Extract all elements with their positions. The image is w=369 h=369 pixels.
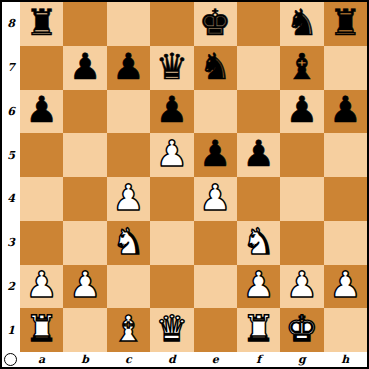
file-label-e: e: [194, 352, 237, 367]
rank-label-2: 2: [2, 265, 20, 309]
square-a8[interactable]: ♜: [20, 2, 63, 46]
black-pawn[interactable]: ♟: [242, 136, 274, 172]
square-h6[interactable]: ♟: [324, 90, 367, 134]
square-b3[interactable]: [63, 221, 106, 265]
square-a6[interactable]: ♟: [20, 90, 63, 134]
square-f2[interactable]: ♟: [237, 265, 280, 309]
square-h3[interactable]: [324, 221, 367, 265]
square-b7[interactable]: ♟: [63, 46, 106, 90]
square-f8[interactable]: [237, 2, 280, 46]
rank-label-3: 3: [2, 221, 20, 265]
square-d7[interactable]: ♛: [150, 46, 193, 90]
white-knight[interactable]: ♞: [242, 224, 274, 260]
square-e5[interactable]: ♟: [194, 133, 237, 177]
square-h7[interactable]: [324, 46, 367, 90]
square-e8[interactable]: ♚: [194, 2, 237, 46]
square-c2[interactable]: [107, 265, 150, 309]
file-label-d: d: [150, 352, 193, 367]
file-label-g: g: [280, 352, 323, 367]
square-d2[interactable]: [150, 265, 193, 309]
square-b4[interactable]: [63, 177, 106, 221]
rank-label-5: 5: [2, 133, 20, 177]
white-pawn[interactable]: ♟: [26, 267, 58, 303]
rank-label-7: 7: [2, 46, 20, 90]
rank-label-1: 1: [2, 308, 20, 352]
white-pawn[interactable]: ♟: [329, 267, 361, 303]
file-label-f: f: [237, 352, 280, 367]
white-pawn[interactable]: ♟: [112, 180, 144, 216]
square-g3[interactable]: [280, 221, 323, 265]
white-pawn[interactable]: ♟: [69, 267, 101, 303]
square-d1[interactable]: ♛: [150, 308, 193, 352]
square-f5[interactable]: ♟: [237, 133, 280, 177]
white-queen[interactable]: ♛: [156, 311, 188, 347]
square-h5[interactable]: [324, 133, 367, 177]
square-b1[interactable]: [63, 308, 106, 352]
rank-label-4: 4: [2, 177, 20, 221]
file-label-h: h: [324, 352, 367, 367]
square-g5[interactable]: [280, 133, 323, 177]
square-c5[interactable]: [107, 133, 150, 177]
square-a3[interactable]: [20, 221, 63, 265]
square-f7[interactable]: [237, 46, 280, 90]
black-pawn[interactable]: ♟: [112, 49, 144, 85]
chess-diagram: 87654321 ♜♚♞♜♟♟♛♞♝♟♟♟♟♟♟♟♟♟♞♞♟♟♟♟♟♜♝♛♜♚ …: [0, 0, 369, 369]
square-c1[interactable]: ♝: [107, 308, 150, 352]
square-g8[interactable]: ♞: [280, 2, 323, 46]
square-e1[interactable]: [194, 308, 237, 352]
black-pawn[interactable]: ♟: [286, 92, 318, 128]
black-pawn[interactable]: ♟: [199, 136, 231, 172]
square-c3[interactable]: ♞: [107, 221, 150, 265]
file-label-b: b: [63, 352, 106, 367]
square-g6[interactable]: ♟: [280, 90, 323, 134]
square-b8[interactable]: [63, 2, 106, 46]
black-rook[interactable]: ♜: [329, 5, 361, 41]
white-pawn[interactable]: ♟: [242, 267, 274, 303]
file-labels: abcdefgh: [20, 352, 367, 367]
rank-label-6: 6: [2, 90, 20, 134]
white-bishop[interactable]: ♝: [112, 311, 144, 347]
square-b6[interactable]: [63, 90, 106, 134]
square-f3[interactable]: ♞: [237, 221, 280, 265]
square-h2[interactable]: ♟: [324, 265, 367, 309]
square-a7[interactable]: [20, 46, 63, 90]
square-e7[interactable]: ♞: [194, 46, 237, 90]
rank-label-8: 8: [2, 2, 20, 46]
black-pawn[interactable]: ♟: [329, 92, 361, 128]
square-e3[interactable]: [194, 221, 237, 265]
file-label-a: a: [20, 352, 63, 367]
square-b2[interactable]: ♟: [63, 265, 106, 309]
black-pawn[interactable]: ♟: [156, 92, 188, 128]
square-c4[interactable]: ♟: [107, 177, 150, 221]
square-c7[interactable]: ♟: [107, 46, 150, 90]
square-h8[interactable]: ♜: [324, 2, 367, 46]
white-rook[interactable]: ♜: [26, 311, 58, 347]
square-g7[interactable]: ♝: [280, 46, 323, 90]
black-pawn[interactable]: ♟: [69, 49, 101, 85]
black-queen[interactable]: ♛: [156, 49, 188, 85]
white-pawn[interactable]: ♟: [286, 267, 318, 303]
square-a4[interactable]: [20, 177, 63, 221]
square-d4[interactable]: [150, 177, 193, 221]
black-knight[interactable]: ♞: [286, 5, 318, 41]
square-e6[interactable]: [194, 90, 237, 134]
square-c6[interactable]: [107, 90, 150, 134]
rank-labels: 87654321: [2, 2, 20, 352]
black-rook[interactable]: ♜: [26, 5, 58, 41]
black-king[interactable]: ♚: [199, 5, 231, 41]
square-f6[interactable]: [237, 90, 280, 134]
square-b5[interactable]: [63, 133, 106, 177]
square-f1[interactable]: ♜: [237, 308, 280, 352]
square-h1[interactable]: [324, 308, 367, 352]
square-e2[interactable]: [194, 265, 237, 309]
square-d6[interactable]: ♟: [150, 90, 193, 134]
square-a5[interactable]: [20, 133, 63, 177]
black-bishop[interactable]: ♝: [286, 49, 318, 85]
square-f4[interactable]: [237, 177, 280, 221]
square-g4[interactable]: [280, 177, 323, 221]
white-king[interactable]: ♚: [286, 311, 318, 347]
square-g2[interactable]: ♟: [280, 265, 323, 309]
black-knight[interactable]: ♞: [199, 49, 231, 85]
square-c8[interactable]: [107, 2, 150, 46]
square-d5[interactable]: ♟: [150, 133, 193, 177]
file-label-c: c: [107, 352, 150, 367]
white-pawn[interactable]: ♟: [199, 180, 231, 216]
square-e4[interactable]: ♟: [194, 177, 237, 221]
square-g1[interactable]: ♚: [280, 308, 323, 352]
square-d3[interactable]: [150, 221, 193, 265]
square-a2[interactable]: ♟: [20, 265, 63, 309]
black-pawn[interactable]: ♟: [26, 92, 58, 128]
square-h4[interactable]: [324, 177, 367, 221]
chess-board: ♜♚♞♜♟♟♛♞♝♟♟♟♟♟♟♟♟♟♞♞♟♟♟♟♟♜♝♛♜♚: [20, 2, 367, 352]
white-rook[interactable]: ♜: [242, 311, 274, 347]
square-a1[interactable]: ♜: [20, 308, 63, 352]
square-d8[interactable]: [150, 2, 193, 46]
white-knight[interactable]: ♞: [112, 224, 144, 260]
white-pawn[interactable]: ♟: [156, 136, 188, 172]
side-to-move-indicator: [4, 353, 17, 366]
